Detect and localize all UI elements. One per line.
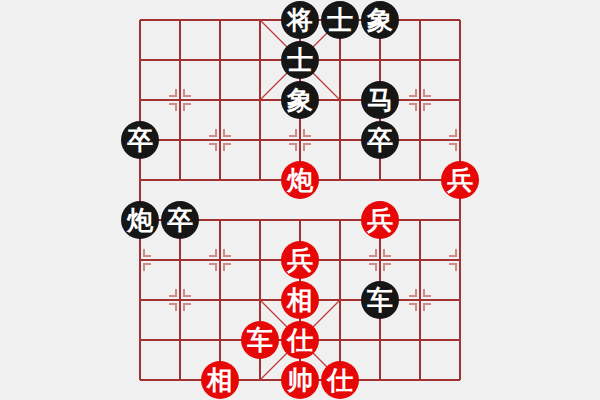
piece-black-soldier[interactable]: 卒 (161, 201, 199, 239)
piece-black-advisor[interactable]: 士 (281, 41, 319, 79)
piece-red-cannon[interactable]: 炮 (281, 161, 319, 199)
piece-black-soldier[interactable]: 卒 (361, 121, 399, 159)
piece-red-advisor[interactable]: 仕 (281, 321, 319, 359)
piece-black-elephant[interactable]: 象 (361, 1, 399, 39)
piece-black-soldier[interactable]: 卒 (121, 121, 159, 159)
piece-black-general[interactable]: 将 (281, 1, 319, 39)
piece-layer: 将士象士象马卒卒炮兵炮卒兵兵相车车仕相帅仕 (120, 0, 480, 400)
piece-red-soldier[interactable]: 兵 (441, 161, 479, 199)
piece-black-chariot[interactable]: 车 (361, 281, 399, 319)
piece-red-soldier[interactable]: 兵 (281, 241, 319, 279)
piece-red-elephant[interactable]: 相 (201, 361, 239, 399)
piece-red-elephant[interactable]: 相 (281, 281, 319, 319)
piece-red-chariot[interactable]: 车 (241, 321, 279, 359)
piece-red-general[interactable]: 帅 (281, 361, 319, 399)
piece-red-advisor[interactable]: 仕 (321, 361, 359, 399)
piece-black-elephant[interactable]: 象 (281, 81, 319, 119)
xiangqi-board: 将士象士象马卒卒炮兵炮卒兵兵相车车仕相帅仕 (0, 0, 600, 400)
piece-black-advisor[interactable]: 士 (321, 1, 359, 39)
piece-black-horse[interactable]: 马 (361, 81, 399, 119)
piece-black-cannon[interactable]: 炮 (121, 201, 159, 239)
piece-red-soldier[interactable]: 兵 (361, 201, 399, 239)
